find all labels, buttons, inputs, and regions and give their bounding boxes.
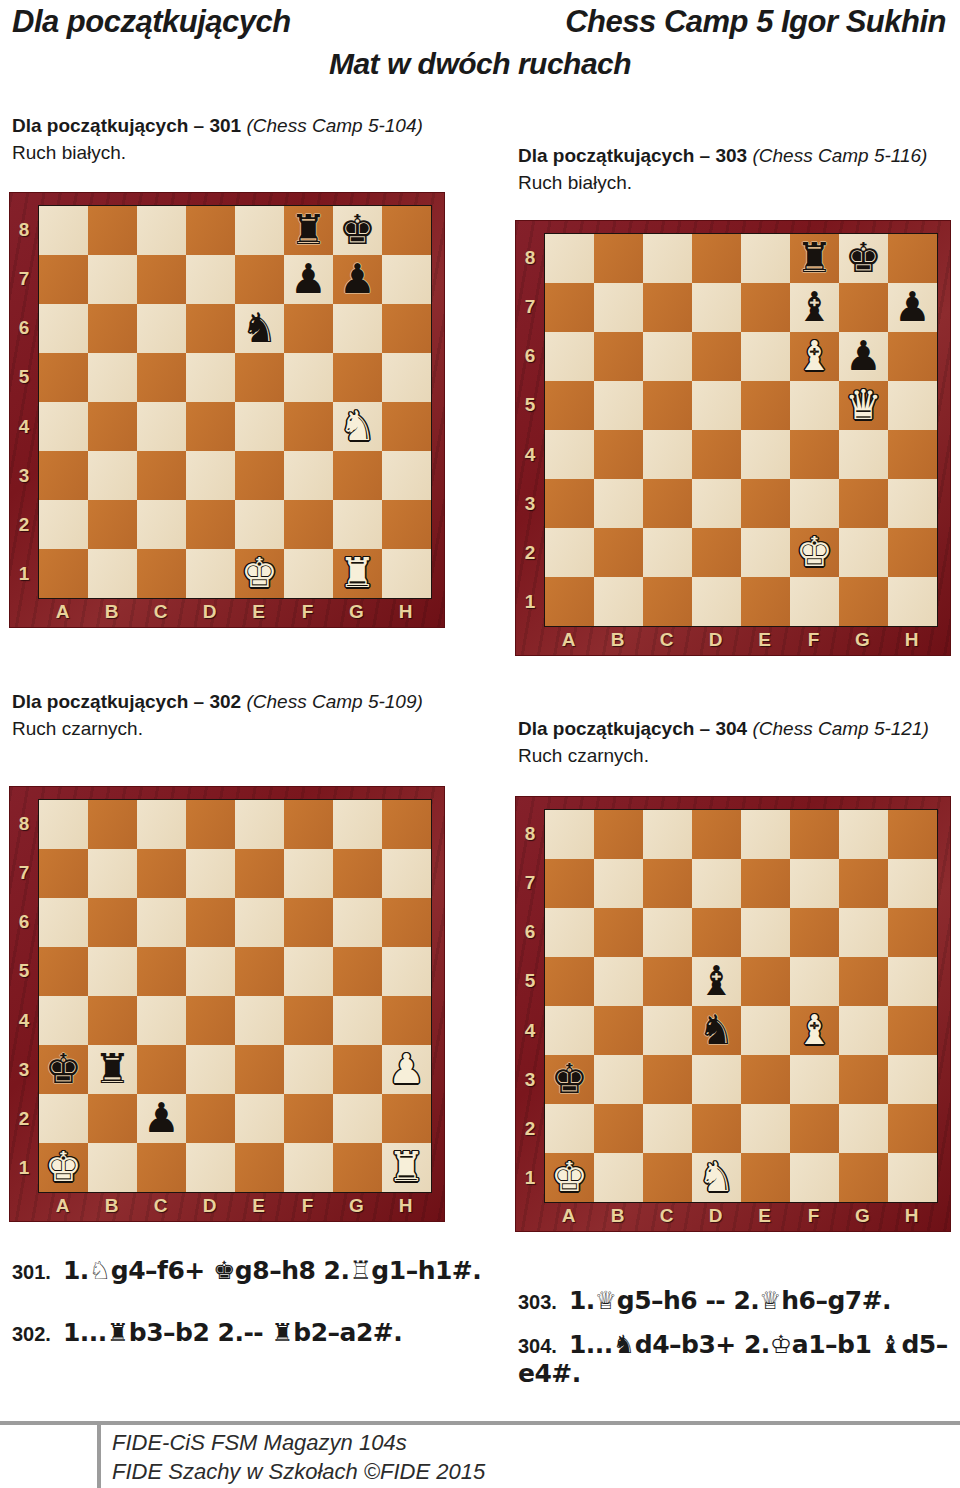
square-c4 bbox=[643, 430, 692, 479]
square-d1 bbox=[186, 549, 235, 598]
solution-moves: 1.♕g5–h6 -- 2.♕h6–g7#. bbox=[569, 1286, 891, 1315]
square-c5 bbox=[137, 947, 186, 996]
file-label-c: C bbox=[136, 599, 185, 627]
square-e7 bbox=[741, 859, 790, 908]
board-corner bbox=[10, 599, 38, 627]
square-b7 bbox=[88, 255, 137, 304]
square-b1 bbox=[594, 1153, 643, 1202]
square-d7 bbox=[186, 255, 235, 304]
white-knight-g4: ♞ bbox=[333, 402, 382, 451]
file-label-b: B bbox=[87, 599, 136, 627]
board-squares-303: ♜♚♝♟♝♟♛♚ bbox=[544, 233, 938, 627]
rank-label-1: 1 bbox=[516, 578, 544, 627]
square-f3 bbox=[284, 451, 333, 500]
square-e4 bbox=[235, 996, 284, 1045]
square-g8: ♚ bbox=[333, 206, 382, 255]
square-f7 bbox=[284, 849, 333, 898]
rank-label-5: 5 bbox=[10, 353, 38, 402]
solution-number: 304. bbox=[518, 1335, 557, 1357]
solution-number: 301. bbox=[12, 1261, 51, 1283]
square-g1 bbox=[839, 577, 888, 626]
solution-number: 302. bbox=[12, 1323, 51, 1345]
file-label-a: A bbox=[38, 1193, 87, 1221]
white-king-a1: ♚ bbox=[39, 1143, 88, 1192]
square-d3 bbox=[186, 1045, 235, 1094]
square-b3 bbox=[594, 479, 643, 528]
rank-label-2: 2 bbox=[516, 1105, 544, 1154]
square-c1 bbox=[137, 549, 186, 598]
square-b3 bbox=[88, 451, 137, 500]
square-h1: ♜ bbox=[382, 1143, 431, 1192]
board-corner bbox=[516, 1203, 544, 1231]
square-h5 bbox=[382, 947, 431, 996]
square-d4 bbox=[186, 402, 235, 451]
white-rook-h1: ♜ bbox=[382, 1143, 431, 1192]
square-b5 bbox=[88, 947, 137, 996]
square-c6 bbox=[643, 908, 692, 957]
square-h2 bbox=[382, 1094, 431, 1143]
square-f2 bbox=[284, 1094, 333, 1143]
square-g5 bbox=[333, 353, 382, 402]
square-b2 bbox=[594, 528, 643, 577]
square-g5: ♛ bbox=[839, 381, 888, 430]
page-subtitle: Mat w dwóch ruchach bbox=[0, 47, 960, 81]
white-knight-d1: ♞ bbox=[692, 1153, 741, 1202]
file-label-e: E bbox=[234, 599, 283, 627]
square-a6 bbox=[39, 304, 88, 353]
square-d2 bbox=[692, 1104, 741, 1153]
square-c6 bbox=[137, 898, 186, 947]
rank-labels: 87654321 bbox=[10, 799, 38, 1193]
square-e1 bbox=[741, 1153, 790, 1202]
square-a3: ♚ bbox=[39, 1045, 88, 1094]
rank-label-7: 7 bbox=[516, 282, 544, 331]
square-e1 bbox=[741, 577, 790, 626]
file-label-g: G bbox=[332, 1193, 381, 1221]
file-label-d: D bbox=[185, 599, 234, 627]
diagram-title-301: Dla początkujących – 301 (Chess Camp 5-1… bbox=[12, 112, 423, 139]
square-c2 bbox=[643, 1104, 692, 1153]
solution-number: 303. bbox=[518, 1291, 557, 1313]
solution-303: 303.1.♕g5–h6 -- 2.♕h6–g7#. bbox=[518, 1286, 958, 1315]
footer-line1: FIDE-CiS FSM Magazyn 104s bbox=[112, 1428, 485, 1457]
chessboard-304: 87654321 ♝♞♝♚♚♞ ABCDEFGH bbox=[516, 797, 950, 1231]
board-squares-304: ♝♞♝♚♚♞ bbox=[544, 809, 938, 1203]
square-a7 bbox=[545, 283, 594, 332]
solution-moves: 1.♘g4–f6+ ♚g8–h8 2.♖g1–h1#. bbox=[63, 1256, 481, 1285]
square-b4 bbox=[594, 1006, 643, 1055]
square-d5 bbox=[692, 381, 741, 430]
square-a3 bbox=[39, 451, 88, 500]
square-b4 bbox=[594, 430, 643, 479]
square-f2 bbox=[790, 1104, 839, 1153]
square-f8 bbox=[284, 800, 333, 849]
square-c3 bbox=[643, 479, 692, 528]
square-d3 bbox=[692, 1055, 741, 1104]
square-d1 bbox=[186, 1143, 235, 1192]
square-e6 bbox=[235, 898, 284, 947]
square-c8 bbox=[643, 810, 692, 859]
white-king-f2: ♚ bbox=[790, 528, 839, 577]
rank-label-2: 2 bbox=[10, 501, 38, 550]
square-h1 bbox=[382, 549, 431, 598]
black-rook-f8: ♜ bbox=[790, 234, 839, 283]
square-a2 bbox=[545, 1104, 594, 1153]
square-h8 bbox=[382, 206, 431, 255]
diagram-title-303: Dla początkujących – 303 (Chess Camp 5-1… bbox=[518, 142, 927, 169]
square-e1: ♚ bbox=[235, 549, 284, 598]
square-f6 bbox=[284, 898, 333, 947]
rank-label-5: 5 bbox=[516, 381, 544, 430]
square-d4 bbox=[186, 996, 235, 1045]
footer: FIDE-CiS FSM Magazyn 104s FIDE Szachy w … bbox=[112, 1428, 485, 1486]
square-f7: ♟ bbox=[284, 255, 333, 304]
rank-label-3: 3 bbox=[10, 1045, 38, 1094]
file-label-c: C bbox=[642, 1203, 691, 1231]
square-c7 bbox=[137, 849, 186, 898]
file-labels: ABCDEFGH bbox=[38, 1193, 430, 1221]
square-b6 bbox=[88, 898, 137, 947]
square-c2 bbox=[137, 500, 186, 549]
square-c3 bbox=[643, 1055, 692, 1104]
rank-label-7: 7 bbox=[10, 254, 38, 303]
square-g6 bbox=[333, 898, 382, 947]
square-g1: ♜ bbox=[333, 549, 382, 598]
white-king-a1: ♚ bbox=[545, 1153, 594, 1202]
square-f4 bbox=[790, 430, 839, 479]
diagram-title-302: Dla początkujących – 302 (Chess Camp 5-1… bbox=[12, 688, 423, 715]
file-label-f: F bbox=[283, 1193, 332, 1221]
square-a1 bbox=[39, 549, 88, 598]
square-c5 bbox=[643, 381, 692, 430]
square-b2 bbox=[88, 1094, 137, 1143]
black-king-a3: ♚ bbox=[545, 1055, 594, 1104]
square-d6 bbox=[186, 898, 235, 947]
square-g3 bbox=[839, 1055, 888, 1104]
square-g7: ♟ bbox=[333, 255, 382, 304]
rank-label-1: 1 bbox=[10, 1144, 38, 1193]
square-h3: ♟ bbox=[382, 1045, 431, 1094]
square-f7 bbox=[790, 859, 839, 908]
file-label-b: B bbox=[593, 627, 642, 655]
square-e6 bbox=[741, 908, 790, 957]
square-h6 bbox=[382, 304, 431, 353]
square-f6 bbox=[284, 304, 333, 353]
square-h4 bbox=[888, 430, 937, 479]
square-c5 bbox=[643, 957, 692, 1006]
white-queen-g5: ♛ bbox=[839, 381, 888, 430]
rank-label-6: 6 bbox=[516, 332, 544, 381]
square-a8 bbox=[39, 206, 88, 255]
black-bishop-d5: ♝ bbox=[692, 957, 741, 1006]
file-label-g: G bbox=[838, 1203, 887, 1231]
square-c6 bbox=[643, 332, 692, 381]
square-a6 bbox=[545, 332, 594, 381]
square-b8 bbox=[594, 234, 643, 283]
black-knight-d4: ♞ bbox=[692, 1006, 741, 1055]
square-f8 bbox=[790, 810, 839, 859]
square-g7 bbox=[839, 859, 888, 908]
rank-label-8: 8 bbox=[10, 799, 38, 848]
square-a4 bbox=[545, 1006, 594, 1055]
square-e6: ♞ bbox=[235, 304, 284, 353]
file-labels: ABCDEFGH bbox=[544, 627, 936, 655]
square-d1 bbox=[692, 577, 741, 626]
square-h6 bbox=[888, 908, 937, 957]
square-d1: ♞ bbox=[692, 1153, 741, 1202]
square-g3 bbox=[333, 451, 382, 500]
square-g2 bbox=[333, 1094, 382, 1143]
square-b6 bbox=[88, 304, 137, 353]
square-g5 bbox=[839, 957, 888, 1006]
square-a6 bbox=[39, 898, 88, 947]
square-c7 bbox=[643, 859, 692, 908]
square-e2 bbox=[235, 500, 284, 549]
square-d8 bbox=[186, 206, 235, 255]
rank-label-1: 1 bbox=[10, 550, 38, 599]
square-f4: ♝ bbox=[790, 1006, 839, 1055]
square-f6: ♝ bbox=[790, 332, 839, 381]
solution-304: 304.1...♞d4–b3+ 2.♔a1–b1 ♝d5– e4#. bbox=[518, 1330, 960, 1388]
square-c8 bbox=[643, 234, 692, 283]
square-h5 bbox=[888, 957, 937, 1006]
rank-label-6: 6 bbox=[516, 908, 544, 957]
black-pawn-f7: ♟ bbox=[284, 255, 333, 304]
square-c3 bbox=[137, 451, 186, 500]
square-c4 bbox=[137, 402, 186, 451]
square-g8: ♚ bbox=[839, 234, 888, 283]
square-e7 bbox=[235, 255, 284, 304]
board-corner bbox=[10, 1193, 38, 1221]
black-rook-f8: ♜ bbox=[284, 206, 333, 255]
square-b2 bbox=[594, 1104, 643, 1153]
white-rook-g1: ♜ bbox=[333, 549, 382, 598]
square-a1: ♚ bbox=[545, 1153, 594, 1202]
square-c8 bbox=[137, 206, 186, 255]
square-g7 bbox=[333, 849, 382, 898]
square-e5 bbox=[741, 957, 790, 1006]
square-c2: ♟ bbox=[137, 1094, 186, 1143]
file-label-d: D bbox=[691, 627, 740, 655]
square-g7 bbox=[839, 283, 888, 332]
black-pawn-c2: ♟ bbox=[137, 1094, 186, 1143]
diagram-heading-301: Dla początkujących – 301 (Chess Camp 5-1… bbox=[12, 112, 423, 166]
square-a3 bbox=[545, 479, 594, 528]
square-e4 bbox=[235, 402, 284, 451]
square-d6 bbox=[692, 908, 741, 957]
white-king-e1: ♚ bbox=[235, 549, 284, 598]
square-b5 bbox=[88, 353, 137, 402]
square-b7 bbox=[594, 859, 643, 908]
square-b5 bbox=[594, 957, 643, 1006]
square-b1 bbox=[88, 1143, 137, 1192]
square-d5 bbox=[186, 947, 235, 996]
square-c4 bbox=[643, 1006, 692, 1055]
square-b8 bbox=[594, 810, 643, 859]
black-pawn-g6: ♟ bbox=[839, 332, 888, 381]
square-c2 bbox=[643, 528, 692, 577]
square-h7 bbox=[382, 255, 431, 304]
footer-margin-line bbox=[97, 1421, 101, 1488]
square-e3 bbox=[741, 1055, 790, 1104]
square-f4 bbox=[284, 402, 333, 451]
square-g2 bbox=[839, 528, 888, 577]
square-a3: ♚ bbox=[545, 1055, 594, 1104]
square-a7 bbox=[39, 255, 88, 304]
rank-label-2: 2 bbox=[10, 1095, 38, 1144]
diagram-heading-303: Dla początkujących – 303 (Chess Camp 5-1… bbox=[518, 142, 927, 196]
square-g2 bbox=[839, 1104, 888, 1153]
file-label-h: H bbox=[887, 1203, 936, 1231]
square-a2 bbox=[39, 1094, 88, 1143]
square-d4 bbox=[692, 430, 741, 479]
square-c1 bbox=[643, 1153, 692, 1202]
white-pawn-h3: ♟ bbox=[382, 1045, 431, 1094]
square-e8 bbox=[741, 810, 790, 859]
chessboard-302: 87654321 ♚♜♟♟♚♜ ABCDEFGH bbox=[10, 787, 444, 1221]
rank-label-6: 6 bbox=[10, 304, 38, 353]
file-label-g: G bbox=[332, 599, 381, 627]
square-a4 bbox=[39, 402, 88, 451]
square-e2 bbox=[235, 1094, 284, 1143]
square-f1 bbox=[790, 1153, 839, 1202]
square-h5 bbox=[382, 353, 431, 402]
square-g4: ♞ bbox=[333, 402, 382, 451]
square-d7 bbox=[186, 849, 235, 898]
square-g4 bbox=[333, 996, 382, 1045]
square-f3 bbox=[790, 1055, 839, 1104]
file-label-a: A bbox=[544, 1203, 593, 1231]
square-d3 bbox=[186, 451, 235, 500]
square-c1 bbox=[643, 577, 692, 626]
square-g6 bbox=[333, 304, 382, 353]
square-b8 bbox=[88, 206, 137, 255]
square-d5: ♝ bbox=[692, 957, 741, 1006]
black-rook-b3: ♜ bbox=[88, 1045, 137, 1094]
file-label-c: C bbox=[136, 1193, 185, 1221]
rank-label-5: 5 bbox=[516, 957, 544, 1006]
square-b4 bbox=[88, 996, 137, 1045]
file-label-a: A bbox=[38, 599, 87, 627]
square-d2 bbox=[186, 500, 235, 549]
square-a8 bbox=[39, 800, 88, 849]
solution-moves: 1...♜b3–b2 2.-- ♜b2–a2#. bbox=[63, 1318, 402, 1347]
square-d5 bbox=[186, 353, 235, 402]
black-bishop-f7: ♝ bbox=[790, 283, 839, 332]
square-f4 bbox=[284, 996, 333, 1045]
square-b2 bbox=[88, 500, 137, 549]
file-label-d: D bbox=[185, 1193, 234, 1221]
file-label-h: H bbox=[887, 627, 936, 655]
square-a7 bbox=[545, 859, 594, 908]
square-b7 bbox=[594, 283, 643, 332]
square-d6 bbox=[186, 304, 235, 353]
square-h2 bbox=[888, 528, 937, 577]
square-h7: ♟ bbox=[888, 283, 937, 332]
file-label-e: E bbox=[740, 1203, 789, 1231]
square-f1 bbox=[284, 1143, 333, 1192]
square-g4 bbox=[839, 430, 888, 479]
square-b6 bbox=[594, 908, 643, 957]
square-e5 bbox=[235, 353, 284, 402]
square-c7 bbox=[137, 255, 186, 304]
file-label-f: F bbox=[789, 1203, 838, 1231]
board-corner bbox=[516, 627, 544, 655]
square-c1 bbox=[137, 1143, 186, 1192]
square-a8 bbox=[545, 234, 594, 283]
square-a4 bbox=[545, 430, 594, 479]
square-a1 bbox=[545, 577, 594, 626]
page-header: Dla początkujących Chess Camp 5 Igor Suk… bbox=[0, 4, 960, 40]
square-f2: ♚ bbox=[790, 528, 839, 577]
square-a4 bbox=[39, 996, 88, 1045]
rank-label-8: 8 bbox=[516, 809, 544, 858]
white-bishop-f4: ♝ bbox=[790, 1006, 839, 1055]
solution-moves: 1...♞d4–b3+ 2.♔a1–b1 ♝d5– e4#. bbox=[518, 1330, 948, 1388]
square-g8 bbox=[839, 810, 888, 859]
square-d6 bbox=[692, 332, 741, 381]
square-e5 bbox=[235, 947, 284, 996]
square-h7 bbox=[888, 859, 937, 908]
white-bishop-f6: ♝ bbox=[790, 332, 839, 381]
solution-302: 302.1...♜b3–b2 2.-- ♜b2–a2#. bbox=[12, 1318, 492, 1347]
square-f1 bbox=[790, 577, 839, 626]
square-g6: ♟ bbox=[839, 332, 888, 381]
file-labels: ABCDEFGH bbox=[38, 599, 430, 627]
square-e2 bbox=[741, 528, 790, 577]
square-h8 bbox=[888, 810, 937, 859]
square-e5 bbox=[741, 381, 790, 430]
square-d3 bbox=[692, 479, 741, 528]
rank-label-4: 4 bbox=[10, 402, 38, 451]
square-f8: ♜ bbox=[790, 234, 839, 283]
file-label-g: G bbox=[838, 627, 887, 655]
square-h4 bbox=[382, 402, 431, 451]
square-h8 bbox=[888, 234, 937, 283]
square-h6 bbox=[888, 332, 937, 381]
square-a1: ♚ bbox=[39, 1143, 88, 1192]
chessboard-303: 87654321 ♜♚♝♟♝♟♛♚ ABCDEFGH bbox=[516, 221, 950, 655]
solution-301: 301.1.♘g4–f6+ ♚g8–h8 2.♖g1–h1#. bbox=[12, 1256, 492, 1285]
square-f2 bbox=[284, 500, 333, 549]
square-f7: ♝ bbox=[790, 283, 839, 332]
square-a6 bbox=[545, 908, 594, 957]
file-label-b: B bbox=[87, 1193, 136, 1221]
rank-label-3: 3 bbox=[516, 479, 544, 528]
rank-label-8: 8 bbox=[10, 205, 38, 254]
file-label-h: H bbox=[381, 1193, 430, 1221]
square-e3 bbox=[235, 1045, 284, 1094]
square-b4 bbox=[88, 402, 137, 451]
footer-divider bbox=[0, 1421, 960, 1425]
square-h6 bbox=[382, 898, 431, 947]
square-c8 bbox=[137, 800, 186, 849]
file-label-h: H bbox=[381, 599, 430, 627]
square-a5 bbox=[545, 957, 594, 1006]
square-f5 bbox=[790, 381, 839, 430]
rank-label-3: 3 bbox=[10, 451, 38, 500]
square-g5 bbox=[333, 947, 382, 996]
square-b5 bbox=[594, 381, 643, 430]
diagram-heading-304: Dla początkujących – 304 (Chess Camp 5-1… bbox=[518, 715, 929, 769]
square-g1 bbox=[839, 1153, 888, 1202]
square-f1 bbox=[284, 549, 333, 598]
rank-labels: 87654321 bbox=[516, 233, 544, 627]
rank-label-7: 7 bbox=[10, 848, 38, 897]
side-to-move-301: Ruch białych. bbox=[12, 139, 423, 166]
file-label-c: C bbox=[642, 627, 691, 655]
rank-label-2: 2 bbox=[516, 529, 544, 578]
